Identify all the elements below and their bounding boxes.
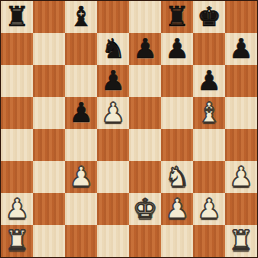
square-a5[interactable] xyxy=(1,97,33,129)
square-a1[interactable]: ♜ xyxy=(1,225,33,257)
black-pawn-f7: ♟ xyxy=(165,33,189,65)
square-b8[interactable] xyxy=(33,1,65,33)
square-b7[interactable] xyxy=(33,33,65,65)
square-d2[interactable] xyxy=(97,193,129,225)
square-b6[interactable] xyxy=(33,65,65,97)
square-c7[interactable] xyxy=(65,33,97,65)
white-knight-f3: ♞ xyxy=(165,161,189,193)
square-h2[interactable] xyxy=(225,193,257,225)
square-f5[interactable] xyxy=(161,97,193,129)
square-e5[interactable] xyxy=(129,97,161,129)
square-c5[interactable]: ♟ xyxy=(65,97,97,129)
square-g4[interactable] xyxy=(193,129,225,161)
square-b3[interactable] xyxy=(33,161,65,193)
square-e2[interactable]: ♚ xyxy=(129,193,161,225)
square-d1[interactable] xyxy=(97,225,129,257)
square-c6[interactable] xyxy=(65,65,97,97)
square-h8[interactable] xyxy=(225,1,257,33)
black-rook-a8: ♜ xyxy=(5,1,29,33)
square-e3[interactable] xyxy=(129,161,161,193)
square-g6[interactable]: ♟ xyxy=(193,65,225,97)
black-pawn-g6: ♟ xyxy=(197,65,221,97)
square-h6[interactable] xyxy=(225,65,257,97)
square-b4[interactable] xyxy=(33,129,65,161)
black-king-g8: ♚ xyxy=(197,1,221,33)
black-rook-f8: ♜ xyxy=(165,1,189,33)
square-g2[interactable]: ♟ xyxy=(193,193,225,225)
white-rook-h1: ♜ xyxy=(229,225,253,257)
white-pawn-f2: ♟ xyxy=(165,193,189,225)
square-a4[interactable] xyxy=(1,129,33,161)
square-g1[interactable] xyxy=(193,225,225,257)
square-d4[interactable] xyxy=(97,129,129,161)
square-e6[interactable] xyxy=(129,65,161,97)
square-d7[interactable]: ♞ xyxy=(97,33,129,65)
black-knight-d7: ♞ xyxy=(101,33,125,65)
square-c4[interactable] xyxy=(65,129,97,161)
square-d6[interactable]: ♟ xyxy=(97,65,129,97)
square-d5[interactable]: ♟ xyxy=(97,97,129,129)
square-a8[interactable]: ♜ xyxy=(1,1,33,33)
square-f6[interactable] xyxy=(161,65,193,97)
black-pawn-e7: ♟ xyxy=(133,33,157,65)
square-f4[interactable] xyxy=(161,129,193,161)
square-g3[interactable] xyxy=(193,161,225,193)
square-f2[interactable]: ♟ xyxy=(161,193,193,225)
square-c3[interactable]: ♟ xyxy=(65,161,97,193)
white-pawn-a2: ♟ xyxy=(5,193,29,225)
square-g5[interactable]: ♝ xyxy=(193,97,225,129)
square-e1[interactable] xyxy=(129,225,161,257)
square-e7[interactable]: ♟ xyxy=(129,33,161,65)
square-g7[interactable] xyxy=(193,33,225,65)
square-a2[interactable]: ♟ xyxy=(1,193,33,225)
white-rook-a1: ♜ xyxy=(5,225,29,257)
square-b5[interactable] xyxy=(33,97,65,129)
square-h5[interactable] xyxy=(225,97,257,129)
square-h7[interactable]: ♟ xyxy=(225,33,257,65)
square-a3[interactable] xyxy=(1,161,33,193)
black-pawn-d6: ♟ xyxy=(101,65,125,97)
black-pawn-h7: ♟ xyxy=(229,33,253,65)
square-e8[interactable] xyxy=(129,1,161,33)
square-g8[interactable]: ♚ xyxy=(193,1,225,33)
square-a7[interactable] xyxy=(1,33,33,65)
square-b2[interactable] xyxy=(33,193,65,225)
square-f3[interactable]: ♞ xyxy=(161,161,193,193)
chess-board: ♜♝♜♚♞♟♟♟♟♟♟♟♝♟♞♟♟♚♟♟♜♜ xyxy=(0,0,258,258)
square-f8[interactable]: ♜ xyxy=(161,1,193,33)
square-d3[interactable] xyxy=(97,161,129,193)
square-h1[interactable]: ♜ xyxy=(225,225,257,257)
square-e4[interactable] xyxy=(129,129,161,161)
white-pawn-g2: ♟ xyxy=(197,193,221,225)
square-c2[interactable] xyxy=(65,193,97,225)
square-d8[interactable] xyxy=(97,1,129,33)
white-pawn-c3: ♟ xyxy=(69,161,93,193)
square-h3[interactable]: ♟ xyxy=(225,161,257,193)
white-bishop-g5: ♝ xyxy=(197,97,221,129)
square-h4[interactable] xyxy=(225,129,257,161)
white-pawn-h3: ♟ xyxy=(229,161,253,193)
black-bishop-c8: ♝ xyxy=(69,1,93,33)
square-f1[interactable] xyxy=(161,225,193,257)
square-c1[interactable] xyxy=(65,225,97,257)
square-b1[interactable] xyxy=(33,225,65,257)
black-pawn-c5: ♟ xyxy=(69,97,93,129)
white-king-e2: ♚ xyxy=(133,193,157,225)
square-c8[interactable]: ♝ xyxy=(65,1,97,33)
white-pawn-d5: ♟ xyxy=(101,97,125,129)
square-f7[interactable]: ♟ xyxy=(161,33,193,65)
square-a6[interactable] xyxy=(1,65,33,97)
